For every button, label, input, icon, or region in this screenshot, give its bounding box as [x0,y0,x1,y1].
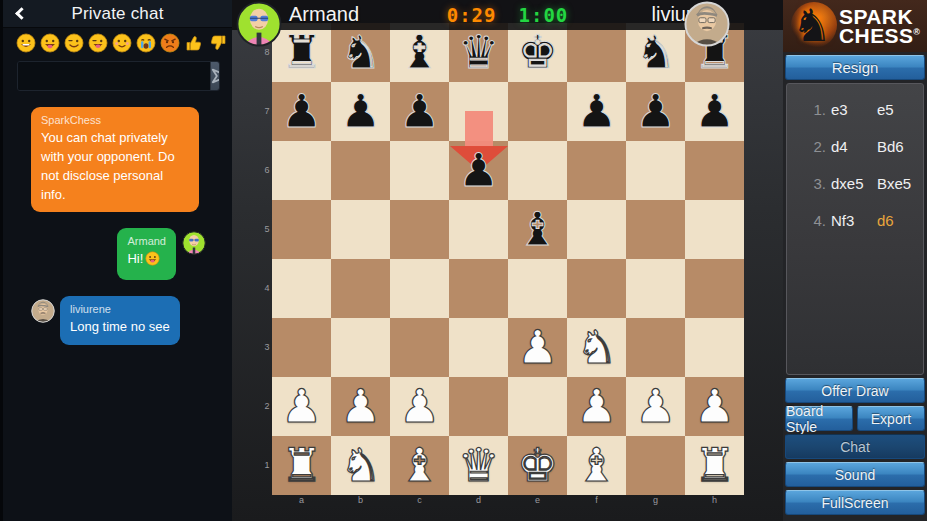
sidebar: ♞ SPARK CHESS® Resign 1.e3e52.d4Bd63.dxe… [783,0,927,521]
square-a7[interactable]: ♟ [272,82,331,141]
white-bishop[interactable]: ♝ [390,436,449,495]
file-label-a: a [272,495,331,505]
resign-button[interactable]: Resign [785,55,925,80]
square-e8[interactable]: ♚ [508,23,567,82]
file-label-b: b [331,495,390,505]
message-text: You can chat privately with your opponen… [41,129,189,204]
square-h1[interactable]: ♜ [685,436,744,495]
black-move[interactable]: Bd6 [877,138,923,155]
white-pawn[interactable]: ♟ [390,377,449,436]
square-d2[interactable] [449,377,508,436]
white-move[interactable]: e3 [831,101,877,118]
chat-header: Private chat [3,0,232,28]
white-pawn[interactable]: ♟ [567,377,626,436]
black-pawn[interactable]: ♟ [567,82,626,141]
emoji-grin-icon[interactable] [16,33,36,53]
black-pawn[interactable]: ♟ [449,141,508,200]
square-f6[interactable] [567,141,626,200]
avatar-liviurene[interactable] [684,1,730,47]
black-move[interactable]: e5 [877,101,923,118]
chat-input-row [17,61,220,91]
file-label-c: c [390,495,449,505]
chat-message-input[interactable] [18,62,210,90]
square-f1[interactable]: ♝ [567,436,626,495]
square-c2[interactable]: ♟ [390,377,449,436]
square-h3[interactable] [685,318,744,377]
square-e6[interactable] [508,141,567,200]
rank-label-4: 4 [263,283,271,293]
message-sender: SparkChess [41,114,189,126]
square-g6[interactable] [626,141,685,200]
white-bishop[interactable]: ♝ [567,436,626,495]
white-queen[interactable]: ♛ [449,436,508,495]
white-pawn[interactable]: ♟ [685,377,744,436]
white-pawn[interactable]: ♟ [331,377,390,436]
rank-label-8: 8 [263,47,271,57]
move-row-1: 1.e3e5 [787,91,923,128]
message-sender: liviurene [70,303,170,315]
white-king[interactable]: ♚ [508,436,567,495]
square-b5[interactable] [331,200,390,259]
square-a4[interactable] [272,259,331,318]
white-pawn[interactable]: ♟ [272,377,331,436]
square-a6[interactable] [272,141,331,200]
square-a2[interactable]: ♟ [272,377,331,436]
sparkchess-app: Private chat SparkChess You can chat pri… [0,0,927,521]
square-f5[interactable] [567,200,626,259]
chat-title: Private chat [71,4,163,24]
square-g8[interactable]: ♞ [626,23,685,82]
game-area: Armand liviurene 0:29 1:00 [232,0,783,521]
white-rook[interactable]: ♜ [685,436,744,495]
square-c1[interactable]: ♝ [390,436,449,495]
emoji-cry-icon[interactable] [136,33,156,53]
square-b3[interactable] [331,318,390,377]
square-g3[interactable] [626,318,685,377]
square-b2[interactable]: ♟ [331,377,390,436]
square-f3[interactable]: ♞ [567,318,626,377]
white-move[interactable]: d4 [831,138,877,155]
rank-label-2: 2 [263,401,271,411]
square-d8[interactable]: ♛ [449,23,508,82]
export-button[interactable]: Export [857,406,925,431]
move-row-2: 2.d4Bd6 [787,128,923,165]
file-label-d: d [449,495,508,505]
white-knight[interactable]: ♞ [331,436,390,495]
square-h5[interactable] [685,200,744,259]
opponent-message: liviurene Long time no see [3,296,232,345]
white-rook[interactable]: ♜ [272,436,331,495]
emoji-blush-icon[interactable] [112,33,132,53]
message-text: Hi! [127,250,166,272]
square-a3[interactable] [272,318,331,377]
file-label-f: f [567,495,626,505]
send-arrow-icon [211,68,220,84]
move-number: 2. [801,138,831,155]
board-style-button[interactable]: Board Style [785,406,853,431]
square-f7[interactable]: ♟ [567,82,626,141]
chat-messages: SparkChess You can chat privately with y… [3,107,232,345]
rank-label-7: 7 [263,106,271,116]
system-message: SparkChess You can chat privately with y… [31,107,232,212]
black-queen[interactable]: ♛ [449,23,508,82]
rank-label-6: 6 [263,165,271,175]
flaming-knight-icon: ♞ [785,0,839,52]
black-pawn[interactable]: ♟ [331,82,390,141]
style-export-row: Board Style Export [783,404,927,432]
black-pawn[interactable]: ♟ [626,82,685,141]
square-e4[interactable] [508,259,567,318]
square-f2[interactable]: ♟ [567,377,626,436]
square-g1[interactable] [626,436,685,495]
square-c6[interactable] [390,141,449,200]
self-message: Armand Hi! [3,228,232,280]
emoji-thumbs-down-icon[interactable] [208,33,228,53]
private-chat-panel: Private chat SparkChess You can chat pri… [0,0,232,521]
move-number: 4. [801,212,831,229]
square-g5[interactable] [626,200,685,259]
emoji-thumbs-up-icon[interactable] [184,33,204,53]
chat-toggle-button[interactable]: Chat [785,434,925,459]
sparkchess-logo: ♞ SPARK CHESS® [783,0,927,52]
emoji-wink-icon[interactable] [64,33,84,53]
square-c7[interactable]: ♟ [390,82,449,141]
square-b7[interactable]: ♟ [331,82,390,141]
black-king[interactable]: ♚ [508,23,567,82]
message-sender: Armand [127,235,166,247]
square-g4[interactable] [626,259,685,318]
emoji-tongue-icon[interactable] [40,33,60,53]
white-pawn[interactable]: ♟ [508,318,567,377]
square-f8[interactable] [567,23,626,82]
avatar-armand[interactable] [236,1,282,47]
square-a1[interactable]: ♜ [272,436,331,495]
black-move[interactable]: d6 [877,212,923,229]
square-b4[interactable] [331,259,390,318]
move-row-3: 3.dxe5Bxe5 [787,165,923,202]
message-text: Long time no see [70,318,170,337]
move-list: 1.e3e52.d4Bd63.dxe5Bxe54.Nf3d6 [786,83,924,375]
square-h2[interactable]: ♟ [685,377,744,436]
tongue-emoji-icon [145,251,160,272]
logo-text: SPARK CHESS® [839,7,920,46]
square-b1[interactable]: ♞ [331,436,390,495]
black-knight[interactable]: ♞ [626,23,685,82]
square-e5[interactable]: ♝ [508,200,567,259]
black-pawn[interactable]: ♟ [390,82,449,141]
rank-label-3: 3 [263,342,271,352]
square-c4[interactable] [390,259,449,318]
square-g2[interactable]: ♟ [626,377,685,436]
back-icon[interactable] [13,7,33,23]
send-button[interactable] [210,62,220,90]
fullscreen-button[interactable]: FullScreen [785,490,925,515]
white-player-name: Armand [289,3,359,26]
square-e2[interactable] [508,377,567,436]
square-d4[interactable] [449,259,508,318]
emoji-tongue-wink-icon[interactable] [88,33,108,53]
square-e7[interactable] [508,82,567,141]
square-e3[interactable]: ♟ [508,318,567,377]
black-pawn[interactable]: ♟ [272,82,331,141]
emoji-row [3,28,232,57]
move-number: 1. [801,101,831,118]
white-move[interactable]: Nf3 [831,212,877,229]
square-c3[interactable] [390,318,449,377]
move-row-4: 4.Nf3d6 [787,202,923,239]
avatar-liviurene-small [31,299,55,323]
black-clock: 1:00 [519,4,569,26]
square-c8[interactable]: ♝ [390,23,449,82]
square-d3[interactable] [449,318,508,377]
black-knight[interactable]: ♞ [331,23,390,82]
white-pawn[interactable]: ♟ [626,377,685,436]
square-h4[interactable] [685,259,744,318]
square-c5[interactable] [390,200,449,259]
move-number: 3. [801,175,831,192]
chess-board: ♜♞♝♛♚♞♜♟♟♟♟♟♟♟♝♟♞♟♟♟♟♟♟♜♞♝♛♚♝♜ [272,23,744,495]
white-knight[interactable]: ♞ [567,318,626,377]
square-h7[interactable]: ♟ [685,82,744,141]
square-d6[interactable]: ♟ [449,141,508,200]
clocks: 0:29 1:00 [447,4,569,26]
rank-label-5: 5 [263,224,271,234]
square-d5[interactable] [449,200,508,259]
white-clock: 0:29 [447,4,497,26]
square-e1[interactable]: ♚ [508,436,567,495]
black-bishop[interactable]: ♝ [390,23,449,82]
rank-label-1: 1 [263,460,271,470]
square-d1[interactable]: ♛ [449,436,508,495]
square-g7[interactable]: ♟ [626,82,685,141]
black-bishop[interactable]: ♝ [508,200,567,259]
file-label-e: e [508,495,567,505]
square-f4[interactable] [567,259,626,318]
square-b8[interactable]: ♞ [331,23,390,82]
offer-draw-button[interactable]: Offer Draw [785,378,925,403]
black-pawn[interactable]: ♟ [685,82,744,141]
square-h6[interactable] [685,141,744,200]
file-label-g: g [626,495,685,505]
sound-button[interactable]: Sound [785,462,925,487]
square-b6[interactable] [331,141,390,200]
black-move[interactable]: Bxe5 [877,175,923,192]
white-move[interactable]: dxe5 [831,175,877,192]
avatar-armand-small [182,231,206,255]
file-label-h: h [685,495,744,505]
square-a5[interactable] [272,200,331,259]
emoji-angry-icon[interactable] [160,33,180,53]
